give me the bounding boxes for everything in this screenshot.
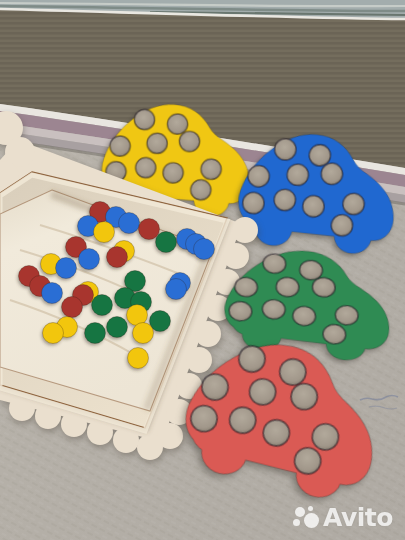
disc-blue[interactable] [194, 239, 215, 260]
toy-photo-scene: Avito [0, 0, 405, 540]
disc-blue[interactable] [79, 249, 100, 270]
disc-blue[interactable] [42, 283, 63, 304]
car-board-blue[interactable] [235, 128, 400, 257]
avito-logo-icon [293, 504, 320, 532]
avito-watermark-text: Avito [323, 504, 393, 532]
disc-blue[interactable] [119, 213, 140, 234]
avito-watermark: Avito [293, 500, 401, 536]
toy-scene [0, 0, 405, 540]
disc-green[interactable] [107, 317, 128, 338]
disc-green[interactable] [85, 323, 106, 344]
disc-blue[interactable] [56, 258, 77, 279]
disc-blue[interactable] [166, 279, 187, 300]
disc-green[interactable] [156, 232, 177, 253]
disc-red[interactable] [62, 297, 83, 318]
disc-yellow[interactable] [43, 323, 64, 344]
disc-yellow[interactable] [94, 222, 115, 243]
disc-red[interactable] [139, 219, 160, 240]
disc-yellow[interactable] [133, 323, 154, 344]
disc-red[interactable] [107, 247, 128, 268]
disc-yellow[interactable] [128, 348, 149, 369]
disc-green[interactable] [92, 295, 113, 316]
